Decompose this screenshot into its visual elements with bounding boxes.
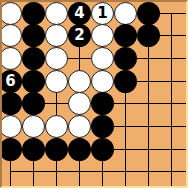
black-stone: 4 — [68, 2, 91, 25]
black-stone — [22, 70, 45, 93]
white-stone — [91, 70, 114, 93]
black-stone — [114, 24, 137, 47]
white-stone — [114, 2, 137, 25]
black-stone — [22, 47, 45, 70]
black-stone — [114, 70, 137, 93]
grid-line-horizontal — [11, 171, 187, 172]
white-stone — [68, 70, 91, 93]
white-stone: 1 — [91, 2, 114, 25]
go-board[interactable]: 4126 — [0, 0, 188, 188]
black-stone — [0, 92, 22, 115]
move-number-label: 6 — [5, 74, 15, 89]
white-stone — [0, 2, 22, 25]
black-stone — [22, 2, 45, 25]
white-stone — [45, 115, 68, 138]
black-stone — [114, 47, 137, 70]
white-stone — [0, 24, 22, 47]
black-stone — [137, 2, 160, 25]
white-stone — [0, 47, 22, 70]
white-stone — [68, 92, 91, 115]
black-stone — [137, 24, 160, 47]
white-stone — [22, 115, 45, 138]
black-stone: 2 — [68, 24, 91, 47]
white-stone — [45, 47, 68, 70]
move-number-label: 1 — [97, 6, 107, 21]
white-stone — [68, 115, 91, 138]
move-number-label: 4 — [74, 6, 84, 21]
grid-line-vertical — [171, 13, 172, 186]
black-stone — [91, 115, 114, 138]
black-stone — [0, 138, 22, 161]
black-stone — [91, 92, 114, 115]
black-stone — [22, 138, 45, 161]
white-stone — [91, 47, 114, 70]
white-stone — [91, 24, 114, 47]
black-stone — [22, 24, 45, 47]
white-stone — [45, 24, 68, 47]
black-stone: 6 — [0, 70, 22, 93]
white-stone — [45, 2, 68, 25]
black-stone — [45, 138, 68, 161]
black-stone — [22, 92, 45, 115]
black-stone — [91, 138, 114, 161]
white-stone — [0, 115, 22, 138]
move-number-label: 2 — [74, 28, 84, 43]
white-stone — [45, 70, 68, 93]
black-stone — [68, 138, 91, 161]
